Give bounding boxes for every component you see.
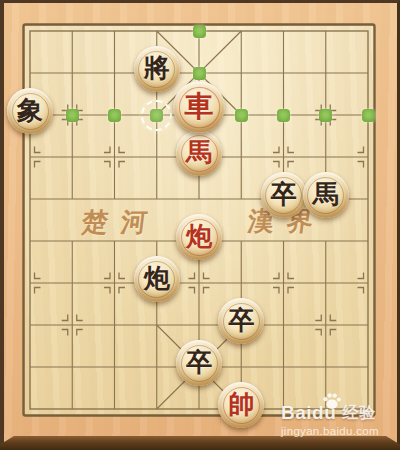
- piece-black-cannon[interactable]: 炮: [134, 256, 180, 302]
- baidu-paw-icon: [322, 392, 342, 414]
- piece-black-horse[interactable]: 馬: [303, 172, 349, 218]
- piece-black-soldier-1[interactable]: 卒: [261, 172, 307, 218]
- piece-red-cannon[interactable]: 炮: [176, 214, 222, 260]
- river-label-chu-he: 楚河: [80, 207, 162, 237]
- piece-red-chariot[interactable]: 車: [173, 81, 225, 133]
- move-hint-dot[interactable]: [235, 109, 248, 122]
- piece-glyph: 卒: [218, 298, 264, 344]
- move-hint-dot[interactable]: [362, 109, 375, 122]
- piece-glyph: 帥: [218, 382, 264, 428]
- piece-glyph: 卒: [261, 172, 307, 218]
- piece-glyph: 炮: [134, 256, 180, 302]
- piece-black-elephant[interactable]: 象: [7, 88, 53, 134]
- move-hint-dot[interactable]: [277, 109, 290, 122]
- move-cursor[interactable]: [141, 100, 172, 131]
- move-hint-dot[interactable]: [193, 67, 206, 80]
- xiangqi-app-screen: 楚河 漢界 將象車馬卒馬炮炮卒卒帥 Baidu 经验 jingyan.baid: [0, 0, 400, 450]
- piece-glyph: 馬: [176, 130, 222, 176]
- move-hint-dot[interactable]: [108, 109, 121, 122]
- baidu-watermark-url: jingyan.baidu.com: [281, 425, 379, 437]
- piece-black-soldier-3[interactable]: 卒: [176, 340, 222, 386]
- move-hint-dot[interactable]: [66, 109, 79, 122]
- table-front-edge: [0, 436, 400, 450]
- piece-red-horse[interactable]: 馬: [176, 130, 222, 176]
- move-hint-dot[interactable]: [193, 25, 206, 38]
- piece-glyph: 卒: [176, 340, 222, 386]
- baidu-jingyan-text: 经验: [342, 403, 376, 423]
- baidu-watermark: Baidu 经验 jingyan.baidu.com: [281, 401, 379, 437]
- piece-glyph: 炮: [176, 214, 222, 260]
- piece-red-general[interactable]: 帥: [218, 382, 264, 428]
- move-hint-dot[interactable]: [319, 109, 332, 122]
- piece-glyph: 車: [173, 81, 225, 133]
- piece-glyph: 象: [7, 88, 53, 134]
- piece-glyph: 馬: [303, 172, 349, 218]
- piece-black-soldier-2[interactable]: 卒: [218, 298, 264, 344]
